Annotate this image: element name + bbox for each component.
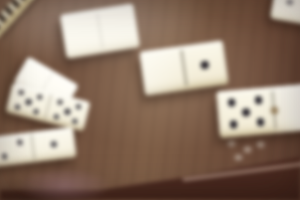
domino-box-edge [0,0,41,38]
glare-wash [216,82,300,138]
specular-dot [226,139,237,148]
specular-dot [233,153,244,162]
tile-divider [30,134,35,159]
pip [64,109,70,115]
photo-frame [0,0,300,200]
tile-divider [180,50,187,87]
pip [25,99,31,105]
domino-tile-top-middle[interactable] [60,3,140,58]
pip [2,154,8,160]
pip [229,120,237,128]
tile-divider [96,13,104,50]
domino-tile-right[interactable] [216,82,300,138]
pip [286,0,293,6]
domino-tile-top-right-partial[interactable] [270,0,300,29]
brass-spinner [270,106,278,114]
photo-scene [0,0,300,200]
domino-tile-center[interactable] [139,40,228,95]
pip [17,140,23,146]
tile-divider [44,95,52,120]
pip [256,118,264,126]
domino-board-area [0,0,300,200]
pip [254,96,262,104]
glare-wash [0,127,77,167]
pip [33,108,39,114]
pip [242,108,250,116]
pip [228,98,236,106]
specular-dot [255,140,266,149]
pip [18,90,24,96]
pip [51,142,57,148]
pip [72,118,78,124]
specular-dot [242,145,253,154]
pip [201,61,209,69]
pip [14,104,20,110]
pip [75,104,81,110]
pip [53,113,59,119]
pip [57,99,63,105]
corner-shadow [0,175,100,200]
pip [37,94,43,100]
domino-tile-bottom-left[interactable] [0,127,77,167]
glare-wash [270,0,300,29]
